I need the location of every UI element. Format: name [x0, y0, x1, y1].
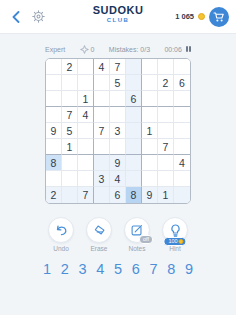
cell-r9c3[interactable]: 7: [78, 187, 94, 203]
pause-icon[interactable]: [186, 46, 191, 52]
cell-r9c4[interactable]: [94, 187, 110, 203]
cell-r5c7[interactable]: 1: [142, 123, 158, 139]
cell-r8c5[interactable]: 4: [110, 171, 126, 187]
undo-button[interactable]: [48, 217, 74, 243]
notes-off-badge: off: [139, 235, 153, 244]
numpad-2[interactable]: 2: [61, 260, 69, 278]
coin-icon: [198, 13, 205, 20]
gear-icon: [32, 10, 45, 23]
numpad-5[interactable]: 5: [114, 260, 122, 278]
cell-r4c7[interactable]: [142, 107, 158, 123]
cell-r4c6[interactable]: [126, 107, 142, 123]
cell-r4c9[interactable]: [174, 107, 190, 123]
cell-r4c1[interactable]: [46, 107, 62, 123]
cell-r3c3[interactable]: 1: [78, 91, 94, 107]
cell-r2c3[interactable]: [78, 75, 94, 91]
lightbulb-icon: [170, 224, 181, 237]
cell-r3c4[interactable]: [94, 91, 110, 107]
cell-r6c6[interactable]: [126, 139, 142, 155]
sudoku-board: 2475261674957311789434276891: [45, 58, 191, 204]
cell-r8c9[interactable]: [174, 171, 190, 187]
cell-r1c4[interactable]: 4: [94, 59, 110, 75]
tool-notes: off Notes: [124, 217, 150, 252]
cell-r6c4[interactable]: [94, 139, 110, 155]
cell-r2c2[interactable]: [62, 75, 78, 91]
cell-r1c9[interactable]: [174, 59, 190, 75]
cell-r3c5[interactable]: [110, 91, 126, 107]
cell-r2c9[interactable]: 6: [174, 75, 190, 91]
undo-icon: [55, 225, 68, 236]
cell-r9c7[interactable]: 9: [142, 187, 158, 203]
difficulty-label: Expert: [45, 46, 65, 53]
cell-r2c1[interactable]: [46, 75, 62, 91]
score-value: 0: [91, 46, 95, 53]
back-button[interactable]: [9, 10, 23, 24]
undo-label: Undo: [53, 245, 69, 252]
hint-cost-badge: 100: [163, 237, 186, 246]
cell-r3c9[interactable]: [174, 91, 190, 107]
cell-r2c5[interactable]: 5: [110, 75, 126, 91]
cell-r7c3[interactable]: [78, 155, 94, 171]
cell-r3c1[interactable]: [46, 91, 62, 107]
cell-r7c8[interactable]: [158, 155, 174, 171]
score-group: 0: [80, 45, 95, 54]
cell-r8c3[interactable]: [78, 171, 94, 187]
numpad-1[interactable]: 1: [43, 260, 51, 278]
cell-r2c7[interactable]: [142, 75, 158, 91]
cell-r1c7[interactable]: [142, 59, 158, 75]
cell-r5c2[interactable]: 5: [62, 123, 78, 139]
cell-r7c2[interactable]: [62, 155, 78, 171]
cell-r6c9[interactable]: [174, 139, 190, 155]
cell-r8c1[interactable]: [46, 171, 62, 187]
timer-group: 00:06: [164, 46, 191, 53]
cell-r9c1[interactable]: 2: [46, 187, 62, 203]
cell-r8c4[interactable]: 3: [94, 171, 110, 187]
cell-r1c5[interactable]: 7: [110, 59, 126, 75]
cell-r9c2[interactable]: [62, 187, 78, 203]
cell-r6c3[interactable]: [78, 139, 94, 155]
shop-button[interactable]: [209, 7, 229, 27]
cell-r1c3[interactable]: [78, 59, 94, 75]
mistakes-counter: Mistakes: 0/3: [109, 46, 150, 53]
numpad-7[interactable]: 7: [149, 260, 157, 278]
tool-undo: Undo: [48, 217, 74, 252]
tool-erase: Erase: [86, 217, 112, 252]
cell-r3c2[interactable]: [62, 91, 78, 107]
cell-r4c2[interactable]: 7: [62, 107, 78, 123]
timer-value: 00:06: [164, 46, 182, 53]
numpad-4[interactable]: 4: [96, 260, 104, 278]
numpad-9[interactable]: 9: [185, 260, 193, 278]
cell-r9c5[interactable]: 6: [110, 187, 126, 203]
tool-hint: 100 Hint: [162, 217, 188, 252]
eraser-icon: [93, 224, 106, 236]
cell-r4c5[interactable]: [110, 107, 126, 123]
numpad-8[interactable]: 8: [167, 260, 175, 278]
settings-button[interactable]: [31, 9, 46, 24]
number-pad: 123456789: [43, 260, 193, 278]
numpad-6[interactable]: 6: [132, 260, 140, 278]
shopping-cart-icon: [213, 11, 225, 23]
cell-r6c8[interactable]: 7: [158, 139, 174, 155]
hint-cost-value: 100: [168, 238, 177, 245]
cell-r4c4[interactable]: [94, 107, 110, 123]
cell-r2c8[interactable]: 2: [158, 75, 174, 91]
cell-r1c8[interactable]: [158, 59, 174, 75]
cell-r5c6[interactable]: [126, 123, 142, 139]
cell-r7c5[interactable]: 9: [110, 155, 126, 171]
cell-r1c1[interactable]: [46, 59, 62, 75]
erase-label: Erase: [91, 245, 108, 252]
cell-r6c2[interactable]: 1: [62, 139, 78, 155]
cell-r3c6[interactable]: 6: [126, 91, 142, 107]
cell-r9c9[interactable]: [174, 187, 190, 203]
cell-r3c8[interactable]: [158, 91, 174, 107]
cell-r7c9[interactable]: 4: [174, 155, 190, 171]
cell-r7c1[interactable]: 8: [46, 155, 62, 171]
cell-r9c6[interactable]: 8: [126, 187, 142, 203]
cell-r7c7[interactable]: [142, 155, 158, 171]
cell-r4c8[interactable]: [158, 107, 174, 123]
cell-r5c4[interactable]: 7: [94, 123, 110, 139]
cell-r5c8[interactable]: [158, 123, 174, 139]
star-icon: [80, 45, 89, 54]
cell-r7c4[interactable]: [94, 155, 110, 171]
cell-r1c6[interactable]: [126, 59, 142, 75]
cell-r5c5[interactable]: 3: [110, 123, 126, 139]
cell-r8c8[interactable]: [158, 171, 174, 187]
cell-r4c3[interactable]: 4: [78, 107, 94, 123]
cell-r5c9[interactable]: [174, 123, 190, 139]
notes-label: Notes: [129, 245, 146, 252]
cell-r1c2[interactable]: 2: [62, 59, 78, 75]
cell-r9c8[interactable]: 1: [158, 187, 174, 203]
numpad-3[interactable]: 3: [78, 260, 86, 278]
hint-label: Hint: [169, 245, 181, 252]
cell-r8c6[interactable]: [126, 171, 142, 187]
cell-r3c7[interactable]: [142, 91, 158, 107]
cell-r5c3[interactable]: [78, 123, 94, 139]
toolbar: Undo Erase off Notes: [0, 217, 236, 252]
cell-r6c1[interactable]: [46, 139, 62, 155]
cell-r6c7[interactable]: [142, 139, 158, 155]
cell-r5c1[interactable]: 9: [46, 123, 62, 139]
erase-button[interactable]: [86, 217, 112, 243]
cell-r8c7[interactable]: [142, 171, 158, 187]
coin-balance: 1 065: [175, 12, 194, 21]
cell-r7c6[interactable]: [126, 155, 142, 171]
game-status-bar: Expert 0 Mistakes: 0/3 00:06: [45, 43, 191, 55]
cell-r2c4[interactable]: [94, 75, 110, 91]
chevron-left-icon: [11, 11, 21, 23]
cell-r6c5[interactable]: [110, 139, 126, 155]
header: SUDOKU CLUB 1 065: [0, 0, 236, 34]
cell-r2c6[interactable]: [126, 75, 142, 91]
hint-coin-icon: [179, 239, 184, 244]
cell-r8c2[interactable]: [62, 171, 78, 187]
